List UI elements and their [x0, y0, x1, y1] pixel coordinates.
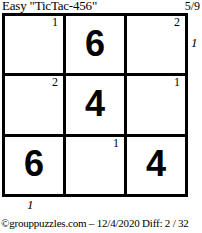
cell-r0c0[interactable]: 1	[5, 16, 63, 73]
col1-bottom-marker: 1	[27, 198, 34, 212]
cell-r1c2[interactable]: 1	[127, 76, 185, 133]
puzzle-title: Easy "TicTac-456"	[2, 0, 97, 13]
cell-r1c1[interactable]: 4	[66, 76, 124, 133]
tictac-board: 1 6 2 2 4 1 6 1	[2, 13, 188, 197]
cell-r1c1-value: 4	[85, 86, 105, 122]
cell-r2c1-clue: 1	[113, 137, 119, 150]
cell-r1c0-clue: 2	[52, 76, 58, 89]
cell-r2c0-value: 6	[24, 146, 44, 182]
cell-r0c2[interactable]: 2	[127, 16, 185, 73]
row1-right-marker: 1	[191, 36, 198, 50]
footer-credit: ©grouppuzzles.com – 12/4/2020 Diff: 2 / …	[1, 217, 201, 230]
cell-r2c2-value: 4	[146, 146, 166, 182]
page-indicator: 5/9	[185, 0, 200, 13]
cell-r0c1[interactable]: 6	[66, 16, 124, 73]
cell-r0c0-clue: 1	[52, 16, 58, 29]
cell-r2c0[interactable]: 6	[5, 137, 63, 194]
cell-r1c0[interactable]: 2	[5, 76, 63, 133]
cell-r0c2-clue: 2	[174, 16, 180, 29]
cell-r2c2[interactable]: 4	[127, 137, 185, 194]
header: Easy "TicTac-456" 5/9	[2, 0, 200, 13]
cell-r0c1-value: 6	[85, 26, 105, 62]
cell-r2c1[interactable]: 1	[66, 137, 124, 194]
cell-r1c2-clue: 1	[174, 76, 180, 89]
puzzle-page: Easy "TicTac-456" 5/9 1 6 2 2 4 1	[0, 0, 202, 233]
